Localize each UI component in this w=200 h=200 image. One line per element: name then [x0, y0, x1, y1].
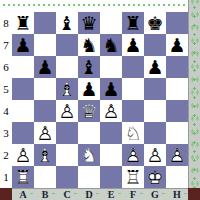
piece-outline-glyph: ♙	[166, 144, 188, 166]
white-king-g1[interactable]: ♚♔	[144, 166, 166, 188]
square-h8[interactable]	[166, 12, 188, 34]
frame-dotted-line	[3, 4, 188, 6]
white-pawn-b3[interactable]: ♟♙	[34, 122, 56, 144]
file-label-a: A	[12, 189, 34, 200]
square-d2[interactable]: ♞♘	[78, 144, 100, 166]
square-h3[interactable]	[166, 122, 188, 144]
square-h7[interactable]: ♟	[166, 34, 188, 56]
square-e1[interactable]	[100, 166, 122, 188]
file-label-g: G	[144, 189, 166, 200]
square-h6[interactable]	[166, 56, 188, 78]
square-a6[interactable]	[12, 56, 34, 78]
piece-outline-glyph: ♙	[34, 122, 56, 144]
piece-outline-glyph: ♕	[78, 100, 100, 122]
square-d3[interactable]	[78, 122, 100, 144]
piece-outline-glyph: ♙	[144, 144, 166, 166]
black-knight-e7[interactable]: ♞	[100, 34, 122, 56]
piece-outline-glyph: ♖	[122, 166, 144, 188]
black-pawn-a7[interactable]: ♟	[12, 34, 34, 56]
frame-corner-bottom-left	[0, 188, 12, 200]
black-rook-a8[interactable]: ♜	[12, 12, 34, 34]
piece-outline-glyph: ♘	[78, 144, 100, 166]
square-b4[interactable]	[34, 100, 56, 122]
piece-outline-glyph: ♔	[144, 166, 166, 188]
square-c5[interactable]: ♝♗	[56, 78, 78, 100]
rank-labels: 87654321	[0, 12, 12, 188]
white-knight-d2[interactable]: ♞♘	[78, 144, 100, 166]
square-f3[interactable]: ♞♘	[122, 122, 144, 144]
square-g4[interactable]	[144, 100, 166, 122]
square-g7[interactable]	[144, 34, 166, 56]
piece-outline-glyph: ♖	[12, 166, 34, 188]
white-knight-f3[interactable]: ♞♘	[122, 122, 144, 144]
square-f7[interactable]: ♟	[122, 34, 144, 56]
square-h5[interactable]	[166, 78, 188, 100]
square-d8[interactable]: ♛	[78, 12, 100, 34]
square-a2[interactable]: ♟♙	[12, 144, 34, 166]
piece-outline-glyph: ♗	[56, 78, 78, 100]
rank-label-8: 8	[0, 12, 12, 34]
black-pawn-f7[interactable]: ♟	[122, 34, 144, 56]
square-a1[interactable]: ♜♖	[12, 166, 34, 188]
white-pawn-f2[interactable]: ♟♙	[122, 144, 144, 166]
frame-right-strip	[188, 0, 200, 188]
square-e4[interactable]: ♟♙	[100, 100, 122, 122]
black-queen-d8[interactable]: ♛	[78, 12, 100, 34]
square-d1[interactable]	[78, 166, 100, 188]
black-pawn-b6[interactable]: ♟	[34, 56, 56, 78]
black-knight-d7[interactable]: ♞	[78, 34, 100, 56]
piece-outline-glyph: ♗	[34, 144, 56, 166]
square-a7[interactable]: ♟	[12, 34, 34, 56]
square-g2[interactable]: ♟♙	[144, 144, 166, 166]
square-c4[interactable]: ♟♙	[56, 100, 78, 122]
square-g6[interactable]: ♟	[144, 56, 166, 78]
white-rook-a1[interactable]: ♜♖	[12, 166, 34, 188]
square-a4[interactable]	[12, 100, 34, 122]
square-a8[interactable]: ♜	[12, 12, 34, 34]
square-h4[interactable]	[166, 100, 188, 122]
square-f2[interactable]: ♟♙	[122, 144, 144, 166]
square-c3[interactable]	[56, 122, 78, 144]
file-label-b: B	[34, 189, 56, 200]
square-b1[interactable]	[34, 166, 56, 188]
white-pawn-a2[interactable]: ♟♙	[12, 144, 34, 166]
black-pawn-e5[interactable]: ♟	[100, 78, 122, 100]
rank-label-2: 2	[0, 144, 12, 166]
board[interactable]: ♜♝♛♜♚♟♞♞♟♟♟♝♟♝♗♟♟♟♙♛♕♟♙♟♙♞♘♟♙♝♗♞♘♟♙♟♙♟♙♜…	[12, 12, 188, 188]
square-e6[interactable]	[100, 56, 122, 78]
white-pawn-c4[interactable]: ♟♙	[56, 100, 78, 122]
white-bishop-b2[interactable]: ♝♗	[34, 144, 56, 166]
piece-outline-glyph: ♘	[122, 122, 144, 144]
square-e7[interactable]: ♞	[100, 34, 122, 56]
piece-outline-glyph: ♙	[12, 144, 34, 166]
frame-corner-bottom-right	[188, 188, 200, 200]
square-f8[interactable]: ♜	[122, 12, 144, 34]
square-e3[interactable]	[100, 122, 122, 144]
square-f4[interactable]	[122, 100, 144, 122]
file-labels: ABCDEFGH	[12, 188, 188, 200]
rank-label-6: 6	[0, 56, 12, 78]
rank-label-7: 7	[0, 34, 12, 56]
white-pawn-g2[interactable]: ♟♙	[144, 144, 166, 166]
square-f6[interactable]	[122, 56, 144, 78]
black-pawn-g6[interactable]: ♟	[144, 56, 166, 78]
piece-outline-glyph: ♙	[100, 100, 122, 122]
square-g8[interactable]: ♚	[144, 12, 166, 34]
file-label-d: D	[78, 189, 100, 200]
square-b6[interactable]: ♟	[34, 56, 56, 78]
rank-label-5: 5	[0, 78, 12, 100]
square-g3[interactable]	[144, 122, 166, 144]
square-g5[interactable]	[144, 78, 166, 100]
black-bishop-d6[interactable]: ♝	[78, 56, 100, 78]
piece-outline-glyph: ♙	[56, 100, 78, 122]
square-c6[interactable]	[56, 56, 78, 78]
square-d5[interactable]: ♟	[78, 78, 100, 100]
square-c2[interactable]	[56, 144, 78, 166]
white-rook-f1[interactable]: ♜♖	[122, 166, 144, 188]
piece-outline-glyph: ♙	[122, 144, 144, 166]
square-f1[interactable]: ♜♖	[122, 166, 144, 188]
square-c7[interactable]	[56, 34, 78, 56]
black-king-g8[interactable]: ♚	[144, 12, 166, 34]
rank-label-1: 1	[0, 166, 12, 188]
black-rook-f8[interactable]: ♜	[122, 12, 144, 34]
file-label-c: C	[56, 189, 78, 200]
rank-label-3: 3	[0, 122, 12, 144]
black-pawn-h7[interactable]: ♟	[166, 34, 188, 56]
file-label-e: E	[100, 189, 122, 200]
square-b5[interactable]	[34, 78, 56, 100]
square-g1[interactable]: ♚♔	[144, 166, 166, 188]
frame-top-strip	[0, 0, 188, 12]
square-e5[interactable]: ♟	[100, 78, 122, 100]
black-pawn-d5[interactable]: ♟	[78, 78, 100, 100]
file-label-f: F	[122, 189, 144, 200]
white-pawn-h2[interactable]: ♟♙	[166, 144, 188, 166]
black-bishop-c8[interactable]: ♝	[56, 12, 78, 34]
square-c8[interactable]: ♝	[56, 12, 78, 34]
file-label-h: H	[166, 189, 188, 200]
square-f5[interactable]	[122, 78, 144, 100]
square-e8[interactable]	[100, 12, 122, 34]
square-b7[interactable]	[34, 34, 56, 56]
square-e2[interactable]	[100, 144, 122, 166]
chess-app-window: 87654321 ♜♝♛♜♚♟♞♞♟♟♟♝♟♝♗♟♟♟♙♛♕♟♙♟♙♞♘♟♙♝♗…	[0, 0, 200, 200]
white-pawn-e4[interactable]: ♟♙	[100, 100, 122, 122]
white-bishop-c5[interactable]: ♝♗	[56, 78, 78, 100]
square-h1[interactable]	[166, 166, 188, 188]
square-b8[interactable]	[34, 12, 56, 34]
square-d7[interactable]: ♞	[78, 34, 100, 56]
square-a3[interactable]	[12, 122, 34, 144]
square-a5[interactable]	[12, 78, 34, 100]
square-b2[interactable]: ♝♗	[34, 144, 56, 166]
square-d4[interactable]: ♛♕	[78, 100, 100, 122]
square-h2[interactable]: ♟♙	[166, 144, 188, 166]
square-c1[interactable]	[56, 166, 78, 188]
square-b3[interactable]: ♟♙	[34, 122, 56, 144]
white-queen-d4[interactable]: ♛♕	[78, 100, 100, 122]
square-d6[interactable]: ♝	[78, 56, 100, 78]
rank-label-4: 4	[0, 100, 12, 122]
